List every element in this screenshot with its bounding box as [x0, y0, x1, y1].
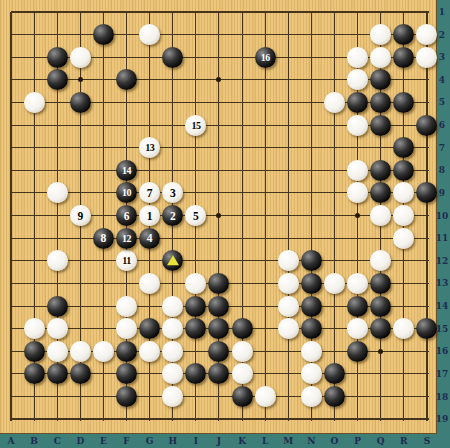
column-label-Q: Q: [373, 436, 389, 446]
move-number: 6: [124, 210, 130, 222]
black-stone[interactable]: [347, 92, 368, 113]
move-number: 1: [147, 210, 153, 222]
row-label-3: 3: [434, 52, 450, 62]
column-label-H: H: [165, 436, 181, 446]
column-label-M: M: [280, 436, 296, 446]
grid-line-vertical: [265, 12, 266, 421]
black-stone[interactable]: [232, 318, 253, 339]
black-stone-move-4[interactable]: 4: [139, 228, 160, 249]
move-number: 12: [122, 233, 131, 244]
white-stone[interactable]: [162, 341, 183, 362]
black-stone[interactable]: [301, 273, 322, 294]
white-stone[interactable]: [70, 47, 91, 68]
white-stone-move-9[interactable]: 9: [70, 205, 91, 226]
grid-line-vertical: [288, 12, 289, 421]
black-stone[interactable]: [208, 296, 229, 317]
black-stone[interactable]: [301, 296, 322, 317]
row-label-8: 8: [434, 165, 450, 175]
white-stone[interactable]: [116, 296, 137, 317]
white-stone[interactable]: [139, 341, 160, 362]
move-number: 16: [261, 52, 270, 63]
move-number: 5: [193, 210, 199, 222]
white-stone[interactable]: [47, 250, 68, 271]
white-stone[interactable]: [347, 115, 368, 136]
grid-line-horizontal: [11, 238, 429, 239]
white-stone[interactable]: [370, 47, 391, 68]
row-label-19: 19: [434, 414, 450, 424]
column-label-P: P: [350, 436, 366, 446]
black-stone[interactable]: [24, 363, 45, 384]
column-label-L: L: [257, 436, 273, 446]
row-label-18: 18: [434, 392, 450, 402]
row-label-16: 16: [434, 346, 450, 356]
go-diagram: 12345678910111213141516 1234567891011121…: [0, 0, 450, 448]
grid-line-horizontal: [11, 34, 429, 35]
black-stone[interactable]: [47, 363, 68, 384]
black-stone[interactable]: [47, 69, 68, 90]
grid-line-vertical: [334, 12, 335, 421]
white-stone[interactable]: [347, 273, 368, 294]
black-stone-move-12[interactable]: 12: [116, 228, 137, 249]
move-number: 11: [122, 255, 130, 266]
column-label-N: N: [303, 436, 319, 446]
white-stone[interactable]: [93, 341, 114, 362]
row-label-7: 7: [434, 143, 450, 153]
white-stone[interactable]: [278, 273, 299, 294]
move-number: 14: [122, 165, 131, 176]
move-number: 7: [147, 187, 153, 199]
black-stone[interactable]: [370, 115, 391, 136]
white-stone[interactable]: [232, 363, 253, 384]
white-stone[interactable]: [47, 341, 68, 362]
move-number: 9: [77, 210, 83, 222]
white-stone[interactable]: [393, 228, 414, 249]
grid-line-horizontal: [11, 396, 429, 397]
column-label-D: D: [72, 436, 88, 446]
row-label-5: 5: [434, 97, 450, 107]
black-stone[interactable]: [370, 160, 391, 181]
row-label-15: 15: [434, 324, 450, 334]
row-label-14: 14: [434, 301, 450, 311]
triangle-mark-icon: [167, 255, 179, 265]
column-label-I: I: [188, 436, 204, 446]
black-stone[interactable]: [347, 341, 368, 362]
black-stone[interactable]: [116, 341, 137, 362]
black-stone-move-8[interactable]: 8: [93, 228, 114, 249]
grid-line-vertical: [426, 12, 428, 421]
black-stone-move-16[interactable]: 16: [255, 47, 276, 68]
white-stone[interactable]: [278, 296, 299, 317]
row-label-13: 13: [434, 278, 450, 288]
white-stone[interactable]: [278, 250, 299, 271]
move-number: 4: [147, 232, 153, 244]
move-number: 3: [170, 187, 176, 199]
black-stone[interactable]: [301, 318, 322, 339]
column-label-B: B: [26, 436, 42, 446]
black-stone[interactable]: [47, 47, 68, 68]
white-stone[interactable]: [232, 341, 253, 362]
black-stone[interactable]: [116, 386, 137, 407]
column-label-J: J: [211, 436, 227, 446]
black-stone-move-14[interactable]: 14: [116, 160, 137, 181]
column-label-S: S: [419, 436, 435, 446]
white-stone[interactable]: [162, 296, 183, 317]
black-stone[interactable]: [393, 47, 414, 68]
row-label-6: 6: [434, 120, 450, 130]
row-label-2: 2: [434, 30, 450, 40]
black-stone[interactable]: [324, 386, 345, 407]
white-stone[interactable]: [347, 160, 368, 181]
row-label-10: 10: [434, 211, 450, 221]
black-stone[interactable]: [370, 296, 391, 317]
column-label-F: F: [119, 436, 135, 446]
white-stone[interactable]: [139, 273, 160, 294]
row-label-9: 9: [434, 188, 450, 198]
white-stone[interactable]: [324, 273, 345, 294]
move-number: 2: [170, 210, 176, 222]
grid-line-horizontal: [11, 418, 429, 420]
column-label-E: E: [95, 436, 111, 446]
black-stone[interactable]: [185, 296, 206, 317]
grid-line-horizontal: [11, 147, 429, 148]
black-stone[interactable]: [232, 386, 253, 407]
white-stone[interactable]: [301, 386, 322, 407]
white-stone[interactable]: [255, 386, 276, 407]
white-stone-move-15[interactable]: 15: [185, 115, 206, 136]
black-stone[interactable]: [347, 296, 368, 317]
white-stone[interactable]: [347, 47, 368, 68]
black-stone[interactable]: [70, 92, 91, 113]
row-label-17: 17: [434, 369, 450, 379]
column-label-R: R: [396, 436, 412, 446]
white-stone[interactable]: [24, 318, 45, 339]
row-label-4: 4: [434, 75, 450, 85]
white-stone[interactable]: [301, 341, 322, 362]
white-stone[interactable]: [47, 318, 68, 339]
move-number: 10: [122, 187, 131, 198]
column-label-K: K: [234, 436, 250, 446]
column-label-O: O: [327, 436, 343, 446]
white-stone[interactable]: [24, 92, 45, 113]
white-stone[interactable]: [278, 318, 299, 339]
grid-line-vertical: [10, 12, 12, 421]
grid-line-horizontal: [11, 11, 429, 13]
move-number: 8: [101, 232, 107, 244]
black-stone[interactable]: [162, 47, 183, 68]
white-stone[interactable]: [324, 92, 345, 113]
column-label-A: A: [3, 436, 19, 446]
grid-line-horizontal: [11, 260, 429, 261]
row-label-11: 11: [434, 233, 450, 243]
white-stone[interactable]: [70, 341, 91, 362]
black-stone[interactable]: [24, 341, 45, 362]
row-label-1: 1: [434, 7, 450, 17]
black-stone-move-6[interactable]: 6: [116, 205, 137, 226]
move-number: 15: [191, 120, 200, 131]
black-stone[interactable]: [93, 24, 114, 45]
move-number: 13: [145, 142, 154, 153]
black-stone[interactable]: [47, 296, 68, 317]
column-label-G: G: [142, 436, 158, 446]
column-label-C: C: [49, 436, 65, 446]
row-label-12: 12: [434, 256, 450, 266]
